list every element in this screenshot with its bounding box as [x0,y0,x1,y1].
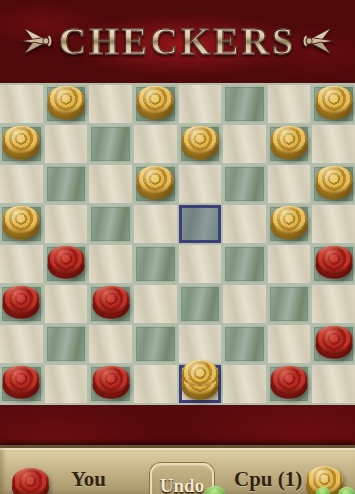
square-r7c2[interactable] [89,365,132,403]
square-r7c7[interactable] [312,365,355,403]
square-r3c5[interactable] [223,205,266,243]
square-r5c1[interactable] [45,285,88,323]
square-r5c0[interactable] [0,285,43,323]
square-r7c3[interactable] [134,365,177,403]
red-piece[interactable] [92,366,129,400]
square-r1c6[interactable] [268,125,311,163]
square-r4c3[interactable] [134,245,177,283]
square-r7c1[interactable] [45,365,88,403]
square-r5c4[interactable] [179,285,222,323]
square-r1c1[interactable] [45,125,88,163]
square-r1c3[interactable] [134,125,177,163]
gold-piece[interactable] [315,86,352,120]
square-r0c4[interactable] [179,85,222,123]
square-r3c4[interactable] [179,205,222,243]
square-r3c7[interactable] [312,205,355,243]
gold-piece[interactable] [3,126,40,160]
app-title: CHECKERS [59,22,296,60]
gold-piece[interactable] [181,126,218,160]
square-r6c5[interactable] [223,325,266,363]
square-r7c6[interactable] [268,365,311,403]
square-r6c1[interactable] [45,325,88,363]
gold-king-piece[interactable] [181,361,218,401]
square-r2c5[interactable] [223,165,266,203]
square-r5c6[interactable] [268,285,311,323]
checkers-app: CHECKERS You Undo Cpu (1) [0,0,355,494]
square-r4c0[interactable] [0,245,43,283]
square-r5c7[interactable] [312,285,355,323]
green-mascot-blob [316,487,330,494]
square-r0c5[interactable] [223,85,266,123]
gold-piece[interactable] [271,206,308,240]
square-r5c5[interactable] [223,285,266,323]
red-piece[interactable] [92,286,129,320]
square-r1c5[interactable] [223,125,266,163]
square-r3c1[interactable] [45,205,88,243]
gold-piece[interactable] [3,206,40,240]
you-label: You [71,467,106,492]
red-piece[interactable] [3,366,40,400]
square-r6c3[interactable] [134,325,177,363]
red-piece[interactable] [315,326,352,360]
square-r3c2[interactable] [89,205,132,243]
square-r0c1[interactable] [45,85,88,123]
gold-piece[interactable] [137,86,174,120]
green-mascot-blob [205,486,225,494]
undo-button[interactable]: Undo [150,463,214,494]
cpu-label: Cpu (1) [234,467,302,492]
status-bar: You Undo Cpu (1) [0,445,355,494]
fleur-ornament-left-icon [18,25,52,57]
red-piece[interactable] [315,246,352,280]
gold-piece[interactable] [47,86,84,120]
square-r3c6[interactable] [268,205,311,243]
gold-piece[interactable] [315,166,352,200]
title-bar: CHECKERS [0,0,355,82]
square-r4c1[interactable] [45,245,88,283]
square-r2c6[interactable] [268,165,311,203]
gold-piece[interactable] [137,166,174,200]
square-r4c5[interactable] [223,245,266,283]
square-r6c7[interactable] [312,325,355,363]
square-r1c0[interactable] [0,125,43,163]
square-r1c7[interactable] [312,125,355,163]
square-r6c0[interactable] [0,325,43,363]
square-r6c6[interactable] [268,325,311,363]
red-piece[interactable] [47,246,84,280]
green-mascot-blob [338,487,355,494]
undo-button-label: Undo [160,475,204,494]
red-player-icon [12,468,49,494]
square-r5c3[interactable] [134,285,177,323]
square-r2c4[interactable] [179,165,222,203]
square-r2c3[interactable] [134,165,177,203]
square-r3c3[interactable] [134,205,177,243]
square-r3c0[interactable] [0,205,43,243]
red-piece[interactable] [271,366,308,400]
square-r4c4[interactable] [179,245,222,283]
square-r1c4[interactable] [179,125,222,163]
square-r0c0[interactable] [0,85,43,123]
square-r4c2[interactable] [89,245,132,283]
square-r7c4[interactable] [179,365,222,403]
square-r6c4[interactable] [179,325,222,363]
board [0,83,355,405]
square-r6c2[interactable] [89,325,132,363]
square-r4c7[interactable] [312,245,355,283]
square-r2c1[interactable] [45,165,88,203]
square-r0c3[interactable] [134,85,177,123]
square-r2c0[interactable] [0,165,43,203]
square-r0c2[interactable] [89,85,132,123]
square-r2c2[interactable] [89,165,132,203]
square-r5c2[interactable] [89,285,132,323]
square-r7c5[interactable] [223,365,266,403]
square-r4c6[interactable] [268,245,311,283]
red-piece[interactable] [3,286,40,320]
square-r1c2[interactable] [89,125,132,163]
square-r0c6[interactable] [268,85,311,123]
square-r0c7[interactable] [312,85,355,123]
fleur-ornament-right-icon [303,25,337,57]
square-r2c7[interactable] [312,165,355,203]
square-r7c0[interactable] [0,365,43,403]
gold-piece[interactable] [271,126,308,160]
